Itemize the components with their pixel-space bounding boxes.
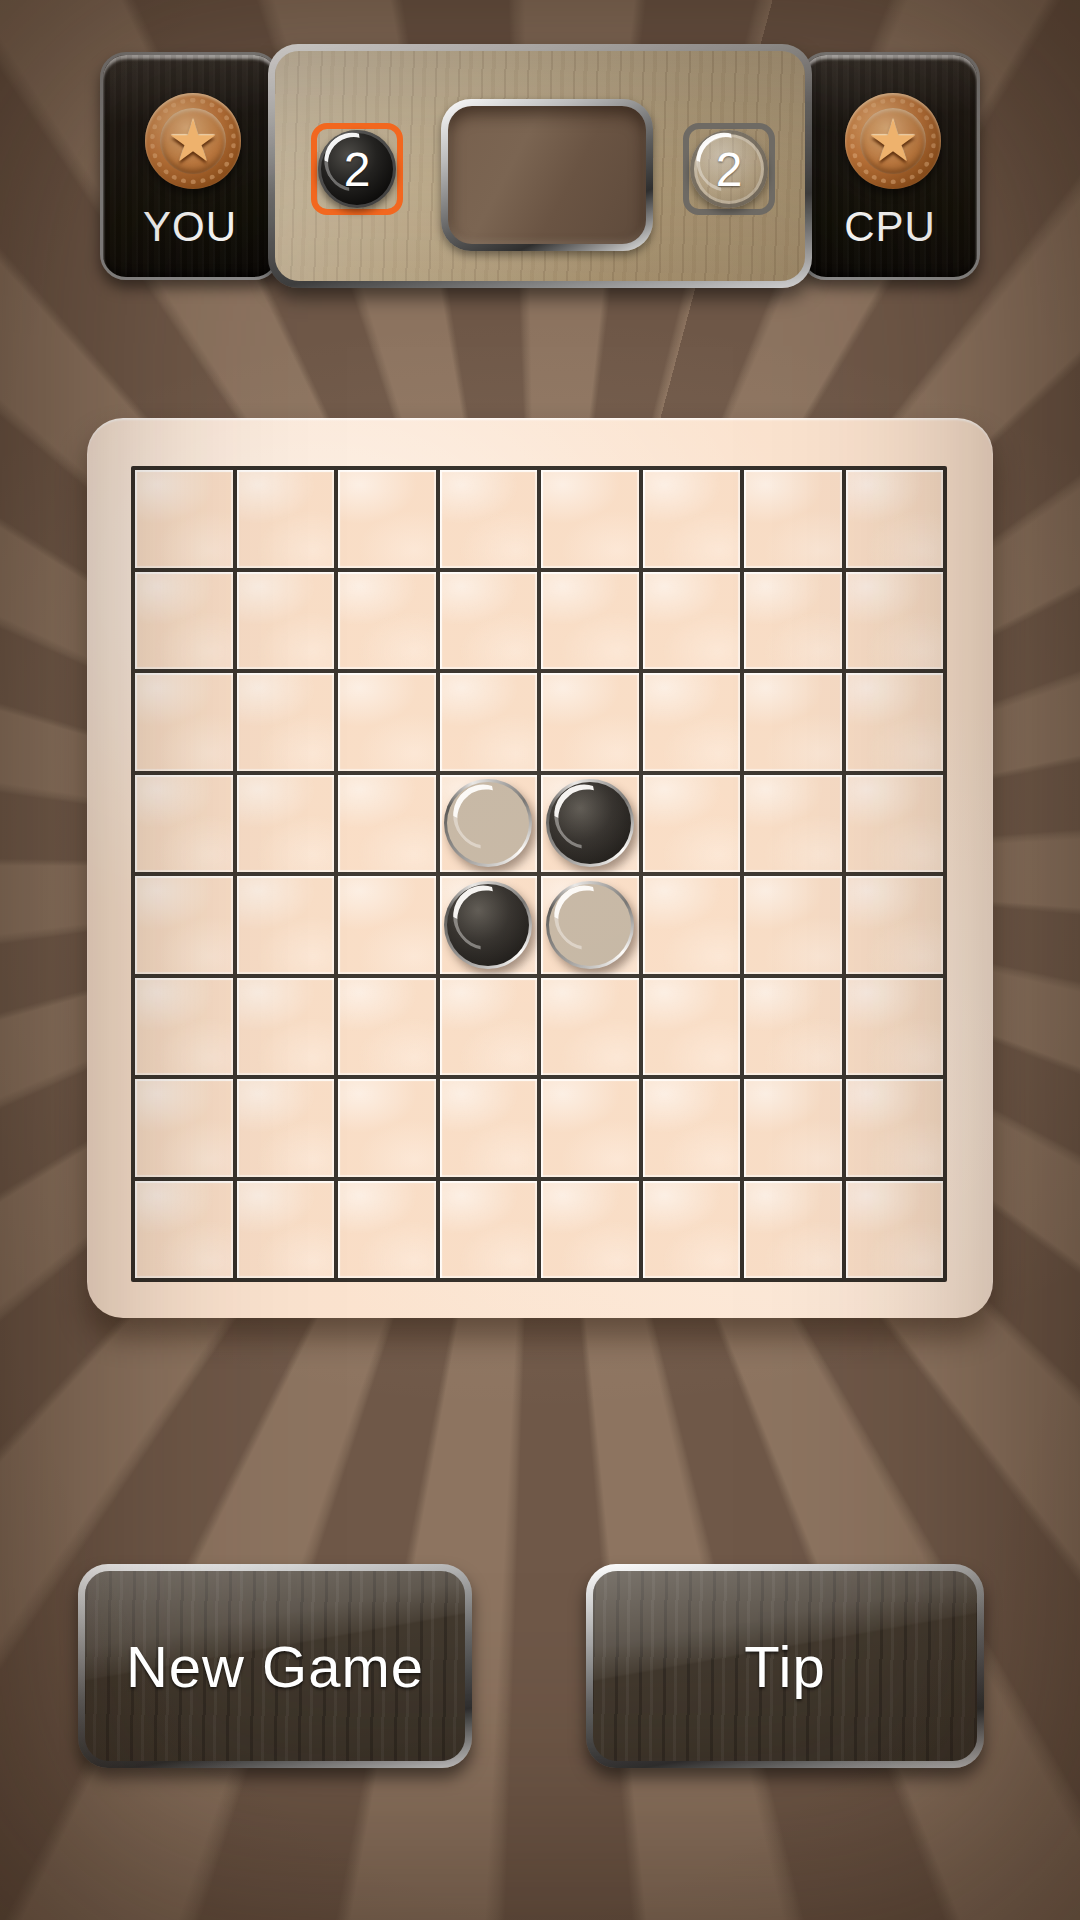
star-icon: ★: [845, 93, 941, 189]
player-panel-cpu: ★ CPU: [800, 52, 980, 280]
board-cell-h2[interactable]: [846, 572, 944, 670]
tip-button[interactable]: Tip: [586, 1564, 984, 1768]
board-cell-c4[interactable]: [338, 775, 436, 873]
board-cell-e4[interactable]: [541, 775, 639, 873]
new-game-button-label: New Game: [126, 1633, 424, 1700]
board-cell-c7[interactable]: [338, 1079, 436, 1177]
board-cell-d8[interactable]: [440, 1181, 538, 1279]
white-disc: [444, 779, 532, 867]
board-cell-d2[interactable]: [440, 572, 538, 670]
board-cell-b3[interactable]: [237, 673, 335, 771]
board-cell-a8[interactable]: [135, 1181, 233, 1279]
score-window-glass: [448, 106, 646, 244]
board-cell-c5[interactable]: [338, 876, 436, 974]
board-cell-f6[interactable]: [643, 978, 741, 1076]
score-panel-wood: 2 2: [275, 51, 805, 281]
board-cell-g2[interactable]: [744, 572, 842, 670]
board-cell-b7[interactable]: [237, 1079, 335, 1177]
player-name-cpu: CPU: [803, 203, 977, 251]
board-cell-h7[interactable]: [846, 1079, 944, 1177]
board-cell-d7[interactable]: [440, 1079, 538, 1177]
board-cell-d4[interactable]: [440, 775, 538, 873]
board-cell-a3[interactable]: [135, 673, 233, 771]
board-cell-b2[interactable]: [237, 572, 335, 670]
board-cell-e7[interactable]: [541, 1079, 639, 1177]
black-turn-indicator: 2: [311, 123, 403, 215]
white-disc-face: [447, 782, 529, 864]
board-cell-b6[interactable]: [237, 978, 335, 1076]
board-cell-d6[interactable]: [440, 978, 538, 1076]
board-cell-h6[interactable]: [846, 978, 944, 1076]
black-score-value: 2: [344, 142, 371, 197]
board-cell-a1[interactable]: [135, 470, 233, 568]
star-icon: ★: [145, 93, 241, 189]
new-game-button-face: New Game: [85, 1571, 465, 1761]
board-cell-f3[interactable]: [643, 673, 741, 771]
new-game-button[interactable]: New Game: [78, 1564, 472, 1768]
board-cell-c2[interactable]: [338, 572, 436, 670]
board-cell-g4[interactable]: [744, 775, 842, 873]
board-cell-c6[interactable]: [338, 978, 436, 1076]
board-cell-a7[interactable]: [135, 1079, 233, 1177]
tip-button-face: Tip: [593, 1571, 977, 1761]
board-cell-f7[interactable]: [643, 1079, 741, 1177]
board-cell-f5[interactable]: [643, 876, 741, 974]
board-cell-b8[interactable]: [237, 1181, 335, 1279]
white-disc: [546, 881, 634, 969]
score-window: [441, 99, 653, 251]
board-cell-a5[interactable]: [135, 876, 233, 974]
board-cell-h3[interactable]: [846, 673, 944, 771]
game-screen: ★ YOU ★ CPU 2 2: [0, 0, 1080, 1920]
board-cell-a4[interactable]: [135, 775, 233, 873]
tip-button-label: Tip: [744, 1633, 825, 1700]
board-cell-g1[interactable]: [744, 470, 842, 568]
score-panel: 2 2: [268, 44, 812, 288]
board-cell-g3[interactable]: [744, 673, 842, 771]
player-name-you: YOU: [103, 203, 277, 251]
board-cell-e5[interactable]: [541, 876, 639, 974]
board-cell-g8[interactable]: [744, 1181, 842, 1279]
othello-board: [87, 418, 993, 1318]
board-cell-f2[interactable]: [643, 572, 741, 670]
board-cell-b1[interactable]: [237, 470, 335, 568]
black-disc-face: [447, 884, 529, 966]
board-cell-d1[interactable]: [440, 470, 538, 568]
board-cell-d3[interactable]: [440, 673, 538, 771]
board-cell-b5[interactable]: [237, 876, 335, 974]
board-cell-e3[interactable]: [541, 673, 639, 771]
board-cell-e8[interactable]: [541, 1181, 639, 1279]
black-disc: [444, 881, 532, 969]
white-score-value: 2: [716, 142, 743, 197]
board-cell-g7[interactable]: [744, 1079, 842, 1177]
black-score-disc: 2: [318, 130, 396, 208]
board-cell-d5[interactable]: [440, 876, 538, 974]
board-cell-c1[interactable]: [338, 470, 436, 568]
black-disc-face: [549, 782, 631, 864]
board-cell-b4[interactable]: [237, 775, 335, 873]
board-cell-g5[interactable]: [744, 876, 842, 974]
white-score-disc: 2: [690, 130, 768, 208]
board-cell-e1[interactable]: [541, 470, 639, 568]
board-cell-f1[interactable]: [643, 470, 741, 568]
player-panel-you: ★ YOU: [100, 52, 280, 280]
board-cell-a6[interactable]: [135, 978, 233, 1076]
white-disc-face: [549, 884, 631, 966]
board-cell-h1[interactable]: [846, 470, 944, 568]
board-cell-f8[interactable]: [643, 1181, 741, 1279]
board-cell-h8[interactable]: [846, 1181, 944, 1279]
bronze-medal-icon: ★: [145, 93, 241, 189]
board-cell-g6[interactable]: [744, 978, 842, 1076]
board-cell-f4[interactable]: [643, 775, 741, 873]
board-cell-c8[interactable]: [338, 1181, 436, 1279]
white-turn-indicator: 2: [683, 123, 775, 215]
board-cell-e6[interactable]: [541, 978, 639, 1076]
black-disc: [546, 779, 634, 867]
board-cell-h4[interactable]: [846, 775, 944, 873]
board-cell-c3[interactable]: [338, 673, 436, 771]
board-cell-e2[interactable]: [541, 572, 639, 670]
bronze-medal-icon: ★: [845, 93, 941, 189]
board-grid: [131, 466, 947, 1282]
board-cell-h5[interactable]: [846, 876, 944, 974]
board-cell-a2[interactable]: [135, 572, 233, 670]
